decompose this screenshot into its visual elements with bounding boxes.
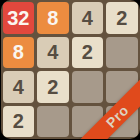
tile-r2c0: 4 <box>3 71 35 103</box>
tile-r3c0: 2 <box>3 106 35 138</box>
tile-r0c3: 2 <box>106 2 138 34</box>
tile-r1c0: 8 <box>3 37 35 69</box>
tile-r0c0: 32 <box>3 2 35 34</box>
tile-r1c1: 4 <box>37 37 69 69</box>
tile-r1c2: 2 <box>72 37 104 69</box>
empty-cell-r3c1 <box>37 106 69 138</box>
empty-cell-r1c3 <box>106 37 138 69</box>
app-icon-2048-pro[interactable]: 32 8 4 2 8 4 2 4 2 2 Pro <box>1 0 140 139</box>
tile-r0c2: 4 <box>72 2 104 34</box>
empty-cell-r2c2 <box>72 71 104 103</box>
tile-r0c1: 8 <box>37 2 69 34</box>
tile-r2c1: 2 <box>37 71 69 103</box>
